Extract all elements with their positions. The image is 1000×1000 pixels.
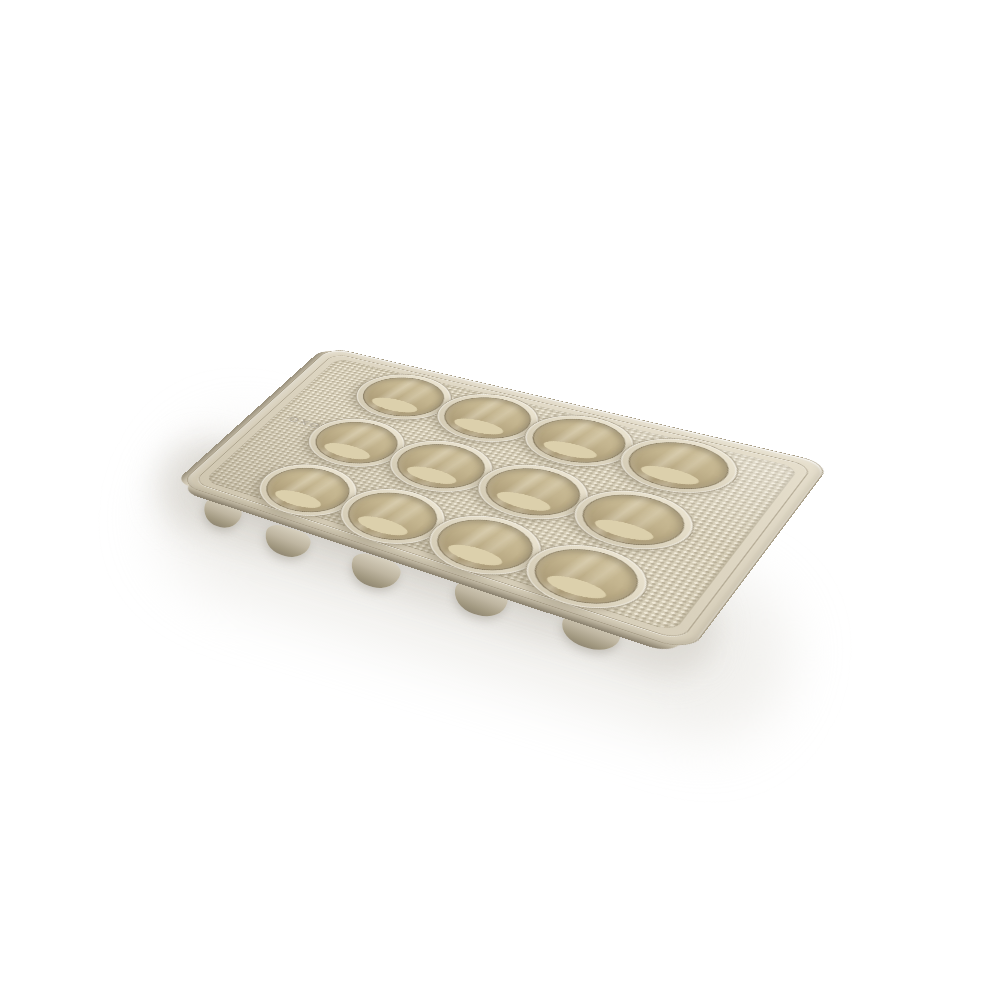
cup-grid bbox=[330, 348, 829, 465]
product-photo-scene: OXO bbox=[0, 0, 1000, 1000]
